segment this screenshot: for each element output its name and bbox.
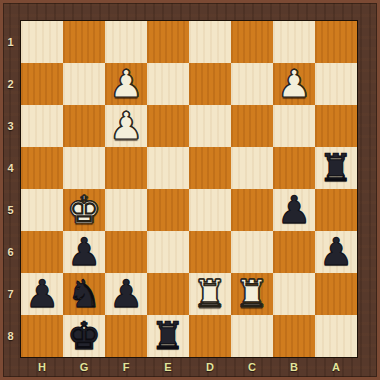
square-e6[interactable] <box>147 231 189 273</box>
rank-label-5: 5 <box>0 189 21 231</box>
square-b8[interactable] <box>273 315 315 357</box>
square-g3[interactable] <box>63 105 105 147</box>
square-h1[interactable] <box>21 21 63 63</box>
black-king[interactable]: ♚ <box>67 315 101 357</box>
rank-label-6: 6 <box>0 231 21 273</box>
square-b1[interactable] <box>273 21 315 63</box>
square-d1[interactable] <box>189 21 231 63</box>
square-a5[interactable] <box>315 189 357 231</box>
square-c6[interactable] <box>231 231 273 273</box>
square-b3[interactable] <box>273 105 315 147</box>
square-a2[interactable] <box>315 63 357 105</box>
square-f2[interactable]: ♟ <box>105 63 147 105</box>
square-e8[interactable]: ♜ <box>147 315 189 357</box>
square-g8[interactable]: ♚ <box>63 315 105 357</box>
square-d2[interactable] <box>189 63 231 105</box>
file-label-c: C <box>231 357 273 380</box>
square-d3[interactable] <box>189 105 231 147</box>
square-c8[interactable] <box>231 315 273 357</box>
square-b6[interactable] <box>273 231 315 273</box>
file-label-d: D <box>189 357 231 380</box>
file-label-b: B <box>273 357 315 380</box>
white-king[interactable]: ♚ <box>67 189 101 231</box>
black-pawn[interactable]: ♟ <box>67 231 101 273</box>
square-h3[interactable] <box>21 105 63 147</box>
white-rook[interactable]: ♜ <box>193 273 227 315</box>
black-rook[interactable]: ♜ <box>151 315 185 357</box>
square-g2[interactable] <box>63 63 105 105</box>
square-h5[interactable] <box>21 189 63 231</box>
square-e2[interactable] <box>147 63 189 105</box>
square-f4[interactable] <box>105 147 147 189</box>
square-f5[interactable] <box>105 189 147 231</box>
square-f6[interactable] <box>105 231 147 273</box>
square-e5[interactable] <box>147 189 189 231</box>
black-pawn[interactable]: ♟ <box>319 231 353 273</box>
square-g1[interactable] <box>63 21 105 63</box>
square-c2[interactable] <box>231 63 273 105</box>
black-pawn[interactable]: ♟ <box>109 273 143 315</box>
white-pawn[interactable]: ♟ <box>109 63 143 105</box>
square-f3[interactable]: ♟ <box>105 105 147 147</box>
square-b4[interactable] <box>273 147 315 189</box>
square-a8[interactable] <box>315 315 357 357</box>
square-d4[interactable] <box>189 147 231 189</box>
square-a4[interactable]: ♜ <box>315 147 357 189</box>
square-e7[interactable] <box>147 273 189 315</box>
rank-label-1: 1 <box>0 21 21 63</box>
square-h4[interactable] <box>21 147 63 189</box>
square-f7[interactable]: ♟ <box>105 273 147 315</box>
white-pawn[interactable]: ♟ <box>109 105 143 147</box>
file-label-f: F <box>105 357 147 380</box>
square-h6[interactable] <box>21 231 63 273</box>
square-g6[interactable]: ♟ <box>63 231 105 273</box>
black-pawn[interactable]: ♟ <box>25 273 59 315</box>
square-d8[interactable] <box>189 315 231 357</box>
square-c7[interactable]: ♜ <box>231 273 273 315</box>
white-rook[interactable]: ♜ <box>235 273 269 315</box>
square-e3[interactable] <box>147 105 189 147</box>
square-f1[interactable] <box>105 21 147 63</box>
square-a7[interactable] <box>315 273 357 315</box>
chess-board[interactable]: ♟♟♟♜♚♟♟♟♟♞♟♜♜♚♜ <box>21 21 357 357</box>
file-label-h: H <box>21 357 63 380</box>
square-h2[interactable] <box>21 63 63 105</box>
square-a3[interactable] <box>315 105 357 147</box>
board-frame: ♟♟♟♜♚♟♟♟♟♞♟♜♜♚♜ 12345678 HGFEDCBA <box>0 0 380 380</box>
square-b5[interactable]: ♟ <box>273 189 315 231</box>
file-label-a: A <box>315 357 357 380</box>
square-c4[interactable] <box>231 147 273 189</box>
square-g5[interactable]: ♚ <box>63 189 105 231</box>
rank-label-2: 2 <box>0 63 21 105</box>
square-c3[interactable] <box>231 105 273 147</box>
square-d7[interactable]: ♜ <box>189 273 231 315</box>
square-c5[interactable] <box>231 189 273 231</box>
square-h7[interactable]: ♟ <box>21 273 63 315</box>
square-d6[interactable] <box>189 231 231 273</box>
white-pawn[interactable]: ♟ <box>277 63 311 105</box>
square-g7[interactable]: ♞ <box>63 273 105 315</box>
black-pawn[interactable]: ♟ <box>277 189 311 231</box>
square-b7[interactable] <box>273 273 315 315</box>
square-a1[interactable] <box>315 21 357 63</box>
rank-label-7: 7 <box>0 273 21 315</box>
file-label-g: G <box>63 357 105 380</box>
square-b2[interactable]: ♟ <box>273 63 315 105</box>
rank-label-8: 8 <box>0 315 21 357</box>
square-d5[interactable] <box>189 189 231 231</box>
rank-label-4: 4 <box>0 147 21 189</box>
square-e4[interactable] <box>147 147 189 189</box>
square-e1[interactable] <box>147 21 189 63</box>
black-knight[interactable]: ♞ <box>67 273 101 315</box>
square-c1[interactable] <box>231 21 273 63</box>
square-g4[interactable] <box>63 147 105 189</box>
rank-label-3: 3 <box>0 105 21 147</box>
file-label-e: E <box>147 357 189 380</box>
square-a6[interactable]: ♟ <box>315 231 357 273</box>
square-h8[interactable] <box>21 315 63 357</box>
black-rook[interactable]: ♜ <box>319 147 353 189</box>
square-f8[interactable] <box>105 315 147 357</box>
